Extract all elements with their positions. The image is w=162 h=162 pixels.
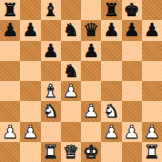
square-d3[interactable] xyxy=(61,101,81,121)
square-a8[interactable]: ♜ xyxy=(0,0,20,20)
square-f8[interactable]: ♜ xyxy=(101,0,121,20)
square-a5[interactable] xyxy=(0,61,20,81)
piece-white-pawn: ♟ xyxy=(2,122,18,142)
piece-black-king: ♚ xyxy=(124,0,140,20)
square-a4[interactable] xyxy=(0,81,20,101)
square-g7[interactable]: ♟ xyxy=(122,20,142,40)
piece-white-rook: ♜ xyxy=(144,142,160,162)
square-h3[interactable] xyxy=(142,101,162,121)
piece-white-queen: ♛ xyxy=(63,142,79,162)
chess-board: ♜♝♜♚♟♟♞♛♟♟♟♟♟♞♝♟♞♟♞♟♟♟♟♟♜♛♚♜ xyxy=(0,0,162,162)
square-g3[interactable] xyxy=(122,101,142,121)
piece-white-bishop: ♝ xyxy=(43,81,59,101)
piece-white-pawn: ♟ xyxy=(103,122,119,142)
square-h4[interactable] xyxy=(142,81,162,101)
piece-white-knight: ♞ xyxy=(103,101,119,121)
piece-white-pawn: ♟ xyxy=(63,81,79,101)
square-e4[interactable] xyxy=(81,81,101,101)
square-c4[interactable]: ♝ xyxy=(41,81,61,101)
square-d8[interactable] xyxy=(61,0,81,20)
piece-white-rook: ♜ xyxy=(43,142,59,162)
square-h1[interactable]: ♜ xyxy=(142,142,162,162)
square-f2[interactable]: ♟ xyxy=(101,122,121,142)
square-d5[interactable]: ♞ xyxy=(61,61,81,81)
square-e2[interactable] xyxy=(81,122,101,142)
square-h6[interactable] xyxy=(142,41,162,61)
square-e5[interactable] xyxy=(81,61,101,81)
square-g8[interactable]: ♚ xyxy=(122,0,142,20)
square-e1[interactable]: ♚ xyxy=(81,142,101,162)
square-c2[interactable] xyxy=(41,122,61,142)
piece-black-queen: ♛ xyxy=(83,20,99,40)
square-g4[interactable] xyxy=(122,81,142,101)
square-d7[interactable]: ♞ xyxy=(61,20,81,40)
piece-black-pawn: ♟ xyxy=(22,20,38,40)
piece-black-pawn: ♟ xyxy=(144,20,160,40)
square-h5[interactable] xyxy=(142,61,162,81)
piece-black-pawn: ♟ xyxy=(124,20,140,40)
square-c8[interactable]: ♝ xyxy=(41,0,61,20)
square-h2[interactable]: ♟ xyxy=(142,122,162,142)
square-f5[interactable] xyxy=(101,61,121,81)
piece-white-pawn: ♟ xyxy=(144,122,160,142)
piece-black-pawn: ♟ xyxy=(83,41,99,61)
square-f6[interactable] xyxy=(101,41,121,61)
square-g6[interactable] xyxy=(122,41,142,61)
piece-black-knight: ♞ xyxy=(63,20,79,40)
square-d4[interactable]: ♟ xyxy=(61,81,81,101)
square-b6[interactable] xyxy=(20,41,40,61)
square-d2[interactable] xyxy=(61,122,81,142)
square-c5[interactable] xyxy=(41,61,61,81)
square-c1[interactable]: ♜ xyxy=(41,142,61,162)
square-e8[interactable] xyxy=(81,0,101,20)
piece-black-pawn: ♟ xyxy=(43,41,59,61)
square-c6[interactable]: ♟ xyxy=(41,41,61,61)
square-a1[interactable] xyxy=(0,142,20,162)
square-a2[interactable]: ♟ xyxy=(0,122,20,142)
square-f3[interactable]: ♞ xyxy=(101,101,121,121)
piece-black-pawn: ♟ xyxy=(103,20,119,40)
piece-white-pawn: ♟ xyxy=(83,101,99,121)
square-f4[interactable] xyxy=(101,81,121,101)
square-c3[interactable]: ♞ xyxy=(41,101,61,121)
square-b7[interactable]: ♟ xyxy=(20,20,40,40)
piece-white-pawn: ♟ xyxy=(22,122,38,142)
square-b2[interactable]: ♟ xyxy=(20,122,40,142)
piece-white-pawn: ♟ xyxy=(124,122,140,142)
square-g2[interactable]: ♟ xyxy=(122,122,142,142)
piece-white-king: ♚ xyxy=(83,142,99,162)
piece-black-rook: ♜ xyxy=(103,0,119,20)
square-b1[interactable] xyxy=(20,142,40,162)
square-h7[interactable]: ♟ xyxy=(142,20,162,40)
piece-black-pawn: ♟ xyxy=(2,20,18,40)
piece-black-knight: ♞ xyxy=(63,61,79,81)
square-c7[interactable] xyxy=(41,20,61,40)
square-b3[interactable] xyxy=(20,101,40,121)
square-h8[interactable] xyxy=(142,0,162,20)
square-e7[interactable]: ♛ xyxy=(81,20,101,40)
square-a7[interactable]: ♟ xyxy=(0,20,20,40)
piece-black-rook: ♜ xyxy=(2,0,18,20)
square-d6[interactable] xyxy=(61,41,81,61)
square-b4[interactable] xyxy=(20,81,40,101)
square-g5[interactable] xyxy=(122,61,142,81)
square-f1[interactable] xyxy=(101,142,121,162)
square-f7[interactable]: ♟ xyxy=(101,20,121,40)
square-g1[interactable] xyxy=(122,142,142,162)
square-d1[interactable]: ♛ xyxy=(61,142,81,162)
square-e3[interactable]: ♟ xyxy=(81,101,101,121)
square-b8[interactable] xyxy=(20,0,40,20)
square-a3[interactable] xyxy=(0,101,20,121)
square-e6[interactable]: ♟ xyxy=(81,41,101,61)
piece-white-knight: ♞ xyxy=(43,101,59,121)
square-a6[interactable] xyxy=(0,41,20,61)
piece-black-bishop: ♝ xyxy=(43,0,59,20)
square-b5[interactable] xyxy=(20,61,40,81)
